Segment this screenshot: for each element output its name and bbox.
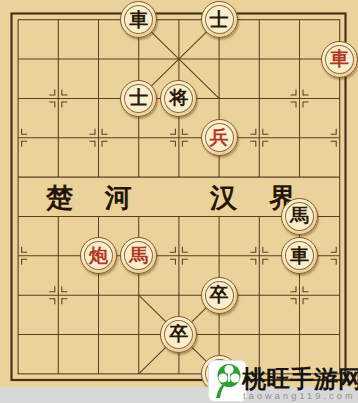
board-cell[interactable] [38,315,78,354]
board-cell[interactable]: 士 [199,0,239,39]
board-cell[interactable] [239,79,279,118]
board-cell[interactable] [239,315,279,354]
board-cell[interactable] [159,39,199,78]
black-soldier[interactable]: 卒 [201,277,238,314]
piece-glyph: 車 [129,10,148,29]
board-cell[interactable]: 馬 [119,236,159,275]
black-advisor[interactable]: 士 [201,1,238,38]
board-cell[interactable] [38,39,78,78]
red-soldier[interactable]: 兵 [201,119,238,156]
piece-glyph: 卒 [210,285,229,304]
board-cell[interactable] [78,275,118,314]
black-chariot[interactable]: 車 [281,237,318,274]
board-cell[interactable] [119,197,159,236]
board-cell[interactable] [199,39,239,78]
piece-glyph: 帅 [210,364,229,383]
board-cell[interactable] [0,0,38,39]
black-advisor[interactable]: 士 [120,80,157,117]
board-cell[interactable] [320,275,358,314]
board-cell[interactable]: 車 [320,39,358,78]
board-cell[interactable] [239,197,279,236]
board-cell[interactable] [279,0,319,39]
board-cell[interactable] [78,315,118,354]
board-cell[interactable] [159,118,199,157]
board-cell[interactable] [239,39,279,78]
board-cell[interactable] [239,157,279,196]
board-cell[interactable] [119,157,159,196]
board-cell[interactable] [159,0,199,39]
board-cell[interactable] [320,118,358,157]
board-cell[interactable] [78,39,118,78]
black-soldier[interactable]: 卒 [160,316,197,353]
board-cell[interactable] [320,0,358,39]
board-cell[interactable] [38,157,78,196]
board-cell[interactable] [38,79,78,118]
piece-glyph: 車 [330,49,349,68]
board-cell[interactable] [0,157,38,196]
board-cell[interactable]: 士 [119,79,159,118]
board: 車士車士将兵馬炮馬車卒卒帅 [0,0,358,394]
board-cell[interactable] [0,275,38,314]
board-cell[interactable] [0,315,38,354]
board-cell[interactable]: 車 [119,0,159,39]
board-cell[interactable] [320,79,358,118]
board-cell[interactable] [199,236,239,275]
piece-glyph: 士 [129,88,148,107]
board-cell[interactable]: 将 [159,79,199,118]
board-cell[interactable] [239,118,279,157]
board-cell[interactable] [119,275,159,314]
black-horse[interactable]: 馬 [281,198,318,235]
piece-glyph: 兵 [210,128,229,147]
board-cell[interactable] [159,157,199,196]
piece-glyph: 馬 [290,206,309,225]
board-cell[interactable] [78,118,118,157]
board-cell[interactable] [0,236,38,275]
board-cell[interactable] [38,236,78,275]
black-chariot[interactable]: 車 [120,1,157,38]
piece-glyph: 馬 [129,246,148,265]
board-cell[interactable] [0,79,38,118]
board-cell[interactable] [279,79,319,118]
board-cell[interactable] [78,157,118,196]
board-cell[interactable] [78,0,118,39]
bottom-strip [0,387,358,403]
board-cell[interactable] [78,79,118,118]
board-cell[interactable] [159,197,199,236]
board-cell[interactable] [78,197,118,236]
piece-glyph: 士 [210,10,229,29]
black-general[interactable]: 将 [160,80,197,117]
board-cell[interactable]: 卒 [199,275,239,314]
board-cell[interactable] [239,236,279,275]
board-cell[interactable] [320,197,358,236]
xiangqi-board-screenshot: 楚河 汉界 車士車士将兵馬炮馬車卒卒帅 桃旺手游网 taowang119.com [0,0,358,403]
board-cell[interactable] [320,236,358,275]
board-cell[interactable] [199,157,239,196]
board-cell[interactable] [38,0,78,39]
board-cell[interactable]: 兵 [199,118,239,157]
board-cell[interactable] [119,315,159,354]
board-cell[interactable] [320,315,358,354]
board-cell[interactable] [0,118,38,157]
board-cell[interactable] [0,39,38,78]
board-cell[interactable] [279,157,319,196]
board-cell[interactable]: 炮 [78,236,118,275]
red-horse[interactable]: 馬 [120,237,157,274]
red-cannon[interactable]: 炮 [80,237,117,274]
board-cell[interactable]: 車 [279,236,319,275]
board-cell[interactable] [0,197,38,236]
piece-glyph: 卒 [169,324,188,343]
board-cell[interactable] [199,315,239,354]
red-chariot[interactable]: 車 [321,41,358,78]
board-cell[interactable] [38,197,78,236]
board-cell[interactable] [159,275,199,314]
board-cell[interactable]: 卒 [159,315,199,354]
board-cell[interactable] [239,275,279,314]
board-cell[interactable] [38,118,78,157]
piece-glyph: 将 [169,88,188,107]
board-cell[interactable] [239,0,279,39]
board-cell[interactable] [199,197,239,236]
piece-glyph: 車 [290,246,309,265]
board-cell[interactable] [279,275,319,314]
board-cell[interactable] [279,118,319,157]
board-cell[interactable] [119,39,159,78]
piece-glyph: 炮 [89,246,108,265]
board-cell[interactable] [159,236,199,275]
board-cell[interactable] [199,79,239,118]
board-cell[interactable] [320,157,358,196]
board-cell[interactable] [279,315,319,354]
board-cell[interactable] [279,39,319,78]
board-cell[interactable] [119,118,159,157]
board-cell[interactable]: 馬 [279,197,319,236]
board-cell[interactable] [38,275,78,314]
